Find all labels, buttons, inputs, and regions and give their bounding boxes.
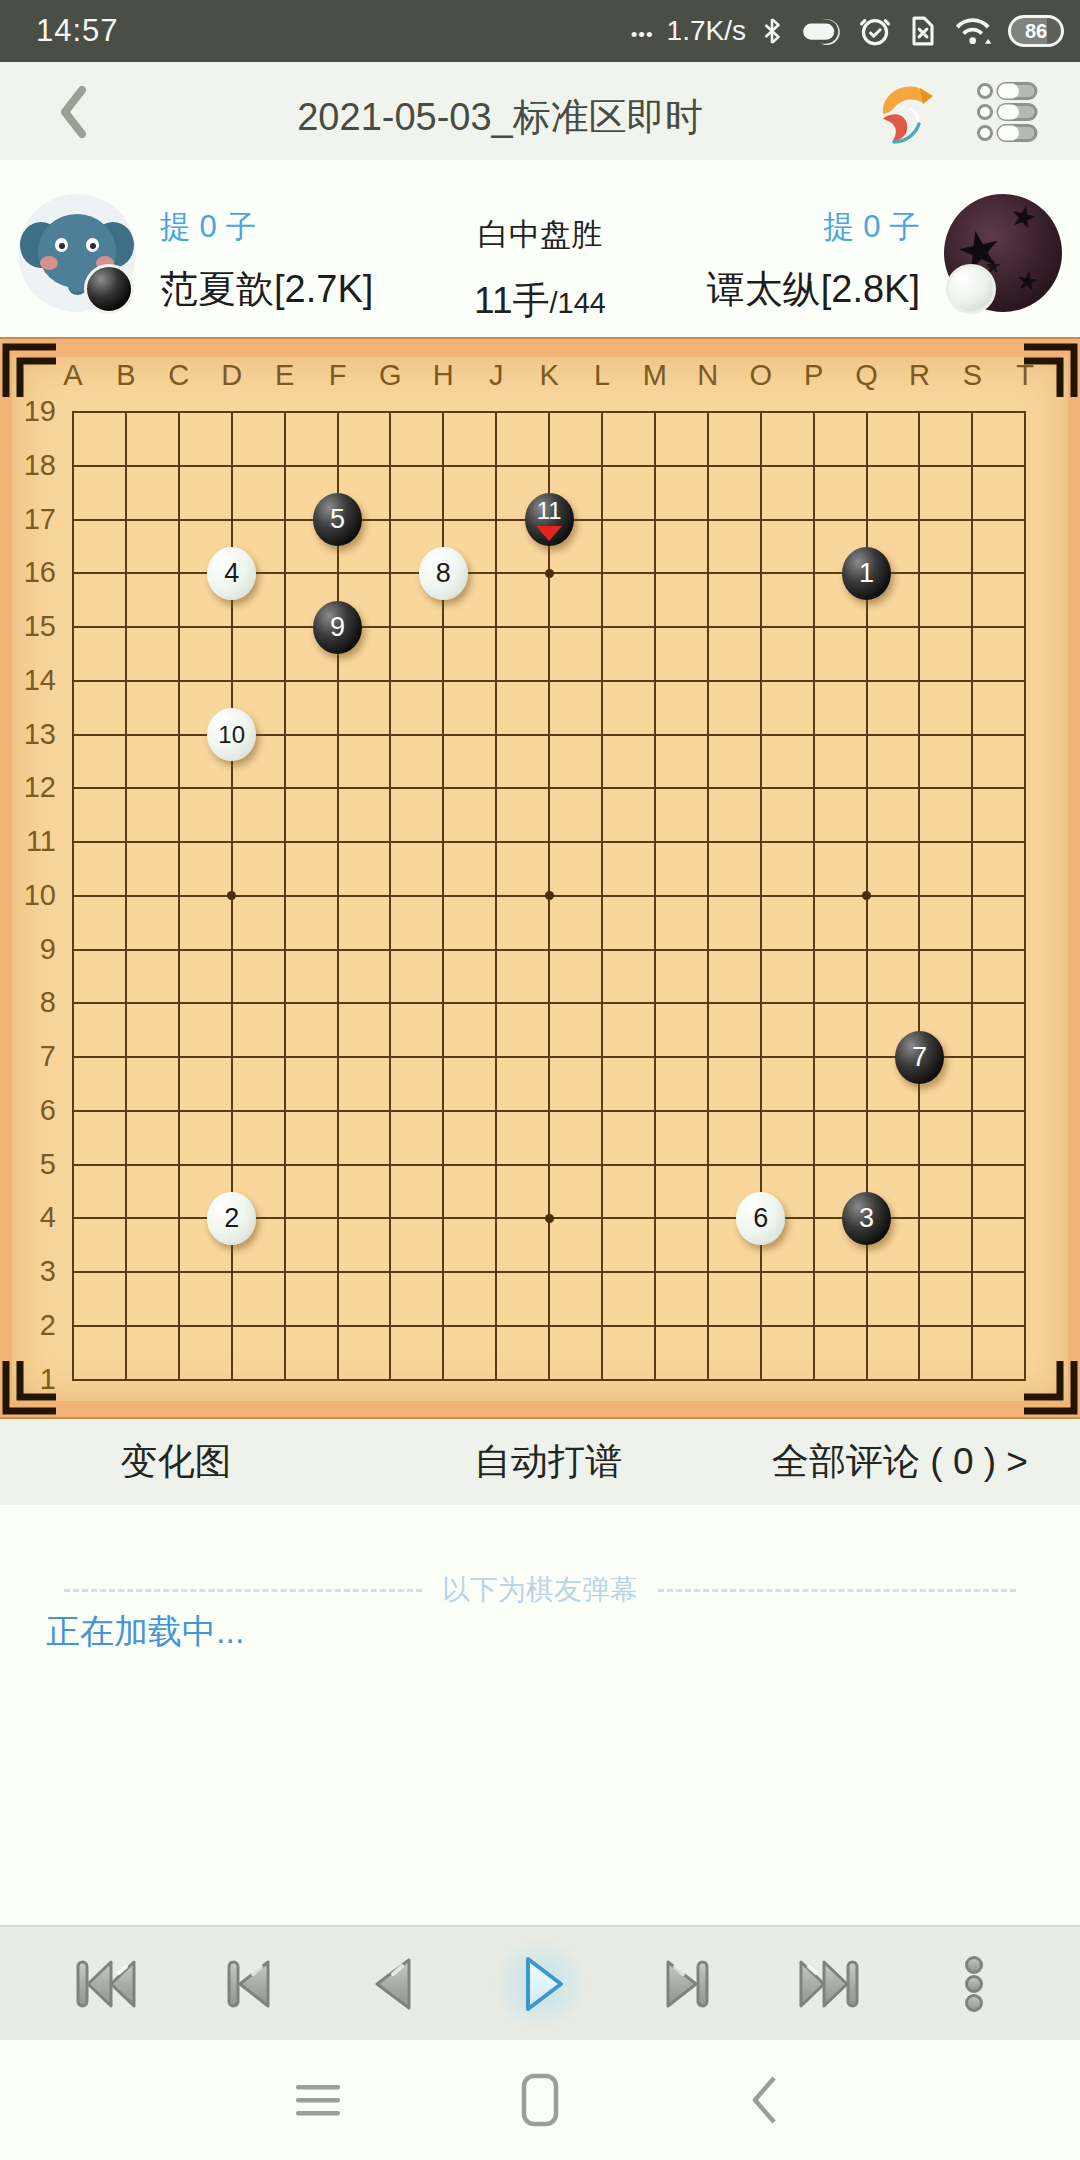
grid-line-h (72, 1271, 1026, 1273)
battery-percent: 86 (1025, 20, 1047, 43)
coord-label-col: D (210, 359, 254, 392)
coord-label-col: Q (845, 359, 889, 392)
move-number: 5 (313, 493, 362, 546)
back-button[interactable] (52, 82, 92, 142)
tab-auto-replay[interactable]: 自动打谱 (474, 1437, 622, 1487)
status-bar: 14:57 ••• 1.7K/s 86 (0, 0, 1080, 62)
black-player-info: 提 0 子 范夏歆[2.7K] (160, 206, 373, 315)
back-branch-button[interactable] (219, 1952, 283, 2016)
coord-label-col: O (739, 359, 783, 392)
coord-label-col: C (157, 359, 201, 392)
stone-white-H16[interactable]: 8 (419, 547, 468, 600)
stone-white-D16[interactable]: 4 (207, 547, 256, 600)
stone-black-Q4[interactable]: 3 (842, 1192, 891, 1245)
title-bar: 2021-05-03_标准区即时 (0, 62, 1080, 160)
grid-line-h (72, 1002, 1026, 1004)
coord-label-col: G (368, 359, 412, 392)
coord-label-col: L (580, 359, 624, 392)
move-number: 9 (313, 601, 362, 654)
divider-dash (64, 1589, 422, 1592)
stone-white-O4[interactable]: 6 (736, 1192, 785, 1245)
battery-icon: 86 (1008, 15, 1064, 47)
signal-dots-icon: ••• (631, 24, 654, 46)
coord-label-col: P (792, 359, 836, 392)
grid-line-v (971, 411, 973, 1381)
coord-label-row: 13 (6, 718, 56, 751)
danmaku-divider: 以下为棋友弹幕 (64, 1571, 1016, 1609)
coord-label-row: 10 (6, 879, 56, 912)
stone-black-F15[interactable]: 9 (313, 601, 362, 654)
tab-all-comments[interactable]: 全部评论 ( 0 ) > (772, 1437, 1028, 1487)
tab-variations[interactable]: 变化图 (121, 1437, 232, 1487)
grid-line-v (707, 411, 709, 1381)
menu-button[interactable] (286, 2072, 350, 2128)
tab-bar: 变化图 自动打谱 全部评论 ( 0 ) > (0, 1419, 1080, 1505)
move-number: 10 (207, 708, 256, 761)
black-captures: 提 0 子 (160, 206, 373, 248)
stone-black-F17[interactable]: 5 (313, 493, 362, 546)
coord-label-col: N (686, 359, 730, 392)
grid-line-h (72, 1164, 1026, 1166)
coord-label-row: 15 (6, 610, 56, 643)
to-end-button[interactable] (797, 1952, 861, 2016)
black-stone-badge (84, 264, 134, 314)
total-moves: /144 (549, 287, 605, 319)
grid-line-v (918, 411, 920, 1381)
board-corner-ornament (1020, 1357, 1078, 1415)
coord-label-row: 18 (6, 449, 56, 482)
game-result-panel: 白中盘胜 11手/144 (474, 214, 606, 326)
clock: 14:57 (36, 13, 119, 49)
grid-line-h (72, 1325, 1026, 1327)
to-start-button[interactable] (74, 1952, 138, 2016)
star-point (545, 891, 554, 900)
wifi-icon (953, 13, 995, 49)
alarm-icon (857, 13, 893, 49)
move-number: 7 (895, 1031, 944, 1084)
coord-label-col: R (897, 359, 941, 392)
move-number: 3 (842, 1192, 891, 1245)
coord-label-row: 11 (6, 825, 56, 858)
move-number: 1 (842, 547, 891, 600)
black-player-avatar[interactable] (18, 194, 136, 312)
loading-text: 正在加载中... (46, 1609, 244, 1655)
coord-label-row: 5 (6, 1148, 56, 1181)
grid-line-v (1024, 411, 1026, 1381)
coord-label-row: 1 (6, 1363, 56, 1396)
coord-label-row: 16 (6, 556, 56, 589)
coord-label-col: K (527, 359, 571, 392)
app-logo-icon[interactable] (870, 78, 934, 144)
grid-line-h (72, 1110, 1026, 1112)
white-captures: 提 0 子 (707, 206, 920, 248)
last-move-marker-icon (536, 526, 562, 541)
vibrate-pill-icon (798, 13, 844, 49)
more-options-button[interactable] (942, 1952, 1006, 2016)
coord-label-col: H (421, 359, 465, 392)
next-branch-button[interactable] (653, 1952, 717, 2016)
move-counter: 11手/144 (474, 276, 606, 326)
white-stone-badge (946, 264, 996, 314)
white-player-name: 谭太纵[2.8K] (707, 264, 920, 315)
stone-white-D4[interactable]: 2 (207, 1192, 256, 1245)
status-icons: ••• 1.7K/s 86 (631, 13, 1064, 49)
bluetooth-icon (759, 13, 785, 49)
grid-line-h (72, 949, 1026, 951)
home-button[interactable] (508, 2072, 572, 2128)
grid-line-v (654, 411, 656, 1381)
black-player-name: 范夏歆[2.7K] (160, 264, 373, 315)
go-board[interactable]: ABCDEFGHJKLMNOPQRST191817161514131211109… (0, 337, 1080, 1419)
coord-label-col: A (51, 359, 95, 392)
star-point (545, 1214, 554, 1223)
result-text: 白中盘胜 (474, 214, 606, 256)
move-number: 2 (207, 1192, 256, 1245)
stone-black-R7[interactable]: 7 (895, 1031, 944, 1084)
coord-label-col: F (316, 359, 360, 392)
coord-label-row: 8 (6, 986, 56, 1019)
grid-line-v (601, 411, 603, 1381)
play-button[interactable] (508, 1952, 572, 2016)
danmaku-panel: 以下为棋友弹幕 正在加载中... (0, 1505, 1080, 1925)
players-panel: 提 0 子 范夏歆[2.7K] 白中盘胜 11手/144 提 0 子 谭太纵[2… (0, 160, 1080, 337)
stone-black-Q16[interactable]: 1 (842, 547, 891, 600)
white-player-info: 提 0 子 谭太纵[2.8K] (707, 206, 920, 315)
move-number: 4 (207, 547, 256, 600)
grid-line-v (813, 411, 815, 1381)
grid-line-h (72, 1379, 1026, 1381)
coord-label-row: 2 (6, 1309, 56, 1342)
star-point (545, 569, 554, 578)
page-title: 2021-05-03_标准区即时 (160, 92, 840, 143)
current-move: 11手 (474, 280, 549, 321)
coord-label-row: 12 (6, 771, 56, 804)
coord-label-col: E (263, 359, 307, 392)
grid-line-h (72, 1056, 1026, 1058)
move-number: 8 (419, 547, 468, 600)
back-button-system[interactable] (734, 2072, 798, 2128)
stone-white-D13[interactable]: 10 (207, 708, 256, 761)
divider-dash (658, 1589, 1016, 1592)
coord-label-row: 6 (6, 1094, 56, 1127)
net-speed-text: 1.7K/s (667, 15, 746, 47)
coord-label-row: 14 (6, 664, 56, 697)
coord-label-col: S (950, 359, 994, 392)
no-sim-icon (906, 13, 940, 49)
coord-label-row: 3 (6, 1255, 56, 1288)
prev-move-button[interactable] (363, 1952, 427, 2016)
coord-label-row: 7 (6, 1040, 56, 1073)
coord-label-row: 19 (6, 395, 56, 428)
app-screen: 14:57 ••• 1.7K/s 86 (0, 0, 1080, 2160)
list-menu-icon[interactable] (976, 80, 1042, 144)
coord-label-col: M (633, 359, 677, 392)
divider-label: 以下为棋友弹幕 (442, 1571, 638, 1609)
coord-label-col: T (1003, 359, 1047, 392)
system-nav-bar (0, 2040, 1080, 2160)
playback-controls (0, 1925, 1080, 2040)
move-number: 6 (736, 1192, 785, 1245)
coord-label-col: B (104, 359, 148, 392)
stone-black-K17[interactable]: 11 (525, 493, 574, 546)
coord-label-row: 4 (6, 1201, 56, 1234)
coord-label-row: 17 (6, 503, 56, 536)
white-player-avatar[interactable]: ★ ★ ★ ★ (944, 194, 1062, 312)
coord-label-col: J (474, 359, 518, 392)
coord-label-row: 9 (6, 933, 56, 966)
